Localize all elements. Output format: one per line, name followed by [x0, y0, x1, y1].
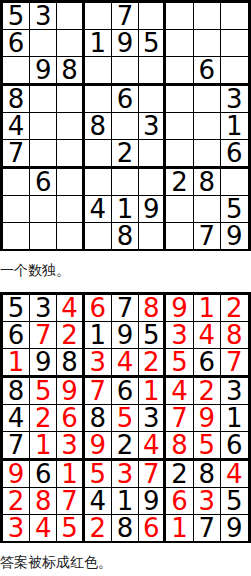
solution-cell-r1c5: 7	[112, 295, 139, 322]
solution-cell-r8c2: 8	[30, 488, 57, 515]
solution-cell-r3c6: 2	[139, 349, 166, 378]
solution-cell-r9c4: 2	[85, 515, 112, 541]
puzzle-cell-r3c3: 8	[57, 57, 84, 86]
puzzle-cell-r9c6	[139, 223, 166, 249]
solution-cell-r1c1: 5	[3, 295, 30, 322]
puzzle-cell-r4c3	[57, 86, 84, 113]
solution-cell-r6c1: 7	[3, 432, 30, 461]
puzzle-cell-r8c7	[166, 196, 193, 223]
sudoku-solution-board: 5346789126721953481983425678597614234268…	[0, 292, 251, 543]
solution-cell-r8c4: 4	[85, 488, 112, 515]
puzzle-cell-r1c9	[221, 3, 248, 30]
puzzle-cell-r9c2	[30, 223, 57, 249]
puzzle-cell-r7c3	[57, 169, 84, 196]
solution-cell-r5c5: 5	[112, 405, 139, 432]
solution-cell-r8c3: 7	[57, 488, 84, 515]
puzzle-cell-r5c1: 4	[3, 113, 30, 140]
puzzle-cell-r1c4	[85, 3, 112, 30]
puzzle-cell-r6c3	[57, 140, 84, 169]
solution-cell-r3c1: 1	[3, 349, 30, 378]
solution-cell-r4c1: 8	[3, 378, 30, 405]
solution-caption: 答案被标成红色。	[0, 554, 251, 571]
puzzle-cell-r6c5: 2	[112, 140, 139, 169]
solution-cell-r9c8: 7	[194, 515, 221, 541]
solution-cell-r5c3: 6	[57, 405, 84, 432]
puzzle-cell-r8c3	[57, 196, 84, 223]
puzzle-cell-r1c6	[139, 3, 166, 30]
puzzle-cell-r6c8	[194, 140, 221, 169]
solution-cell-r3c9: 7	[221, 349, 248, 378]
puzzle-cell-r7c4	[85, 169, 112, 196]
puzzle-cell-r5c5	[112, 113, 139, 140]
solution-cell-r3c5: 4	[112, 349, 139, 378]
puzzle-cell-r5c3	[57, 113, 84, 140]
solution-cell-r9c6: 6	[139, 515, 166, 541]
solution-cell-r7c9: 4	[221, 461, 248, 488]
solution-cell-r3c4: 3	[85, 349, 112, 378]
puzzle-cell-r7c9	[221, 169, 248, 196]
puzzle-cell-r4c8	[194, 86, 221, 113]
solution-cell-r4c2: 5	[30, 378, 57, 405]
solution-cell-r6c7: 8	[166, 432, 193, 461]
puzzle-cell-r2c1: 6	[3, 30, 30, 57]
sudoku-solution-figure: 5346789126721953481983425678597614234268…	[0, 292, 251, 571]
puzzle-cell-r3c9	[221, 57, 248, 86]
puzzle-cell-r1c1: 5	[3, 3, 30, 30]
puzzle-cell-r2c2	[30, 30, 57, 57]
puzzle-cell-r9c1	[3, 223, 30, 249]
puzzle-cell-r3c1	[3, 57, 30, 86]
puzzle-cell-r8c2	[30, 196, 57, 223]
solution-cell-r3c2: 9	[30, 349, 57, 378]
puzzle-cell-r5c9: 1	[221, 113, 248, 140]
puzzle-cell-r8c9: 5	[221, 196, 248, 223]
puzzle-cell-r9c4	[85, 223, 112, 249]
solution-cell-r2c3: 2	[57, 322, 84, 349]
puzzle-cell-r2c8	[194, 30, 221, 57]
puzzle-cell-r2c4: 1	[85, 30, 112, 57]
solution-cell-r1c7: 9	[166, 295, 193, 322]
solution-cell-r5c6: 3	[139, 405, 166, 432]
solution-cell-r6c6: 4	[139, 432, 166, 461]
puzzle-cell-r7c1	[3, 169, 30, 196]
puzzle-cell-r8c8	[194, 196, 221, 223]
solution-cell-r8c1: 2	[3, 488, 30, 515]
solution-cell-r8c7: 6	[166, 488, 193, 515]
solution-cell-r2c8: 4	[194, 322, 221, 349]
puzzle-cell-r5c7	[166, 113, 193, 140]
solution-cell-r9c3: 5	[57, 515, 84, 541]
solution-cell-r5c2: 2	[30, 405, 57, 432]
solution-cell-r7c7: 2	[166, 461, 193, 488]
puzzle-cell-r9c5: 8	[112, 223, 139, 249]
solution-cell-r5c9: 1	[221, 405, 248, 432]
puzzle-cell-r4c7	[166, 86, 193, 113]
puzzle-cell-r8c4: 4	[85, 196, 112, 223]
solution-cell-r1c6: 8	[139, 295, 166, 322]
solution-cell-r1c4: 6	[85, 295, 112, 322]
puzzle-cell-r1c2: 3	[30, 3, 57, 30]
solution-cell-r6c5: 2	[112, 432, 139, 461]
puzzle-cell-r2c7	[166, 30, 193, 57]
solution-cell-r7c5: 3	[112, 461, 139, 488]
puzzle-cell-r8c1	[3, 196, 30, 223]
puzzle-cell-r5c4: 8	[85, 113, 112, 140]
solution-cell-r5c4: 8	[85, 405, 112, 432]
solution-cell-r3c8: 6	[194, 349, 221, 378]
solution-cell-r8c5: 1	[112, 488, 139, 515]
solution-cell-r4c4: 7	[85, 378, 112, 405]
solution-cell-r4c3: 9	[57, 378, 84, 405]
solution-cell-r8c8: 3	[194, 488, 221, 515]
solution-cell-r4c9: 3	[221, 378, 248, 405]
puzzle-cell-r4c2	[30, 86, 57, 113]
solution-cell-r3c3: 8	[57, 349, 84, 378]
puzzle-cell-r2c6: 5	[139, 30, 166, 57]
solution-cell-r1c3: 4	[57, 295, 84, 322]
puzzle-cell-r9c8: 7	[194, 223, 221, 249]
solution-cell-r2c5: 9	[112, 322, 139, 349]
puzzle-cell-r1c3	[57, 3, 84, 30]
solution-cell-r9c7: 1	[166, 515, 193, 541]
puzzle-cell-r4c1: 8	[3, 86, 30, 113]
solution-cell-r4c5: 6	[112, 378, 139, 405]
solution-cell-r7c1: 9	[3, 461, 30, 488]
solution-cell-r6c9: 6	[221, 432, 248, 461]
solution-cell-r2c6: 5	[139, 322, 166, 349]
solution-cell-r8c9: 5	[221, 488, 248, 515]
solution-cell-r2c2: 7	[30, 322, 57, 349]
solution-cell-r1c8: 1	[194, 295, 221, 322]
solution-cell-r9c9: 9	[221, 515, 248, 541]
solution-cell-r1c9: 2	[221, 295, 248, 322]
puzzle-cell-r4c6	[139, 86, 166, 113]
puzzle-cell-r5c8	[194, 113, 221, 140]
puzzle-cell-r3c6	[139, 57, 166, 86]
puzzle-cell-r6c1: 7	[3, 140, 30, 169]
puzzle-cell-r6c4	[85, 140, 112, 169]
solution-cell-r4c7: 4	[166, 378, 193, 405]
puzzle-cell-r7c8: 8	[194, 169, 221, 196]
puzzle-cell-r7c2: 6	[30, 169, 57, 196]
solution-cell-r6c3: 3	[57, 432, 84, 461]
solution-cell-r4c6: 1	[139, 378, 166, 405]
puzzle-cell-r3c8: 6	[194, 57, 221, 86]
puzzle-cell-r4c5: 6	[112, 86, 139, 113]
puzzle-cell-r6c6	[139, 140, 166, 169]
puzzle-cell-r3c2: 9	[30, 57, 57, 86]
solution-cell-r3c7: 5	[166, 349, 193, 378]
puzzle-cell-r1c7	[166, 3, 193, 30]
solution-cell-r9c5: 8	[112, 515, 139, 541]
puzzle-cell-r1c5: 7	[112, 3, 139, 30]
puzzle-cell-r6c7	[166, 140, 193, 169]
puzzle-cell-r2c3	[57, 30, 84, 57]
solution-cell-r5c8: 9	[194, 405, 221, 432]
solution-cell-r9c1: 3	[3, 515, 30, 541]
solution-cell-r2c9: 8	[221, 322, 248, 349]
puzzle-cell-r2c9	[221, 30, 248, 57]
puzzle-cell-r4c9: 3	[221, 86, 248, 113]
puzzle-cell-r6c2	[30, 140, 57, 169]
solution-cell-r6c2: 1	[30, 432, 57, 461]
solution-cell-r7c3: 1	[57, 461, 84, 488]
solution-cell-r7c8: 8	[194, 461, 221, 488]
puzzle-cell-r7c6	[139, 169, 166, 196]
solution-cell-r4c8: 2	[194, 378, 221, 405]
solution-cell-r6c4: 9	[85, 432, 112, 461]
puzzle-cell-r9c7	[166, 223, 193, 249]
solution-cell-r8c6: 9	[139, 488, 166, 515]
solution-cell-r7c2: 6	[30, 461, 57, 488]
puzzle-cell-r8c5: 1	[112, 196, 139, 223]
puzzle-cell-r6c9: 6	[221, 140, 248, 169]
puzzle-cell-r5c6: 3	[139, 113, 166, 140]
solution-cell-r1c2: 3	[30, 295, 57, 322]
puzzle-cell-r5c2	[30, 113, 57, 140]
puzzle-cell-r1c8	[194, 3, 221, 30]
solution-cell-r9c2: 4	[30, 515, 57, 541]
puzzle-cell-r9c3	[57, 223, 84, 249]
puzzle-cell-r3c7	[166, 57, 193, 86]
solution-cell-r2c4: 1	[85, 322, 112, 349]
puzzle-cell-r7c7: 2	[166, 169, 193, 196]
puzzle-cell-r3c4	[85, 57, 112, 86]
puzzle-cell-r8c6: 9	[139, 196, 166, 223]
puzzle-cell-r7c5	[112, 169, 139, 196]
solution-cell-r2c7: 3	[166, 322, 193, 349]
puzzle-cell-r2c5: 9	[112, 30, 139, 57]
puzzle-cell-r3c5	[112, 57, 139, 86]
puzzle-cell-r4c4	[85, 86, 112, 113]
solution-cell-r5c1: 4	[3, 405, 30, 432]
puzzle-caption: 一个数独。	[0, 262, 251, 279]
sudoku-puzzle-board: 537619598686348317266284195879	[0, 0, 251, 251]
solution-cell-r7c6: 7	[139, 461, 166, 488]
solution-cell-r6c8: 5	[194, 432, 221, 461]
solution-cell-r2c1: 6	[3, 322, 30, 349]
solution-cell-r5c7: 7	[166, 405, 193, 432]
solution-cell-r7c4: 5	[85, 461, 112, 488]
puzzle-cell-r9c9: 9	[221, 223, 248, 249]
sudoku-puzzle-figure: 537619598686348317266284195879 一个数独。	[0, 0, 251, 279]
